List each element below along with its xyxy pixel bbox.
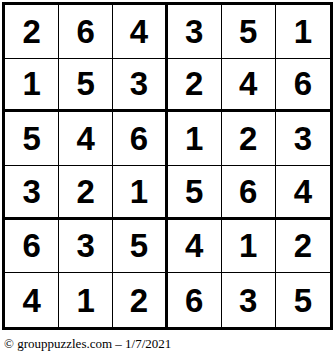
cell-r2c5: 4 xyxy=(222,59,276,113)
cell-r2c4: 2 xyxy=(168,59,222,113)
cell-r1c2: 6 xyxy=(59,5,113,59)
cell-r2c2: 5 xyxy=(59,59,113,113)
cell-r3c2: 4 xyxy=(59,112,113,166)
copyright-credit: © grouppuzzles.com – 1/7/2021 xyxy=(4,336,335,352)
cell-r3c6: 3 xyxy=(276,112,330,166)
cell-r4c1: 3 xyxy=(5,166,59,220)
cell-r1c3: 4 xyxy=(113,5,167,59)
cell-r1c5: 5 xyxy=(222,5,276,59)
cell-r3c1: 5 xyxy=(5,112,59,166)
cell-r3c4: 1 xyxy=(168,112,222,166)
sudoku-board: 2 6 4 3 5 1 1 5 3 2 4 6 5 4 6 1 2 3 3 2 … xyxy=(0,0,335,352)
cell-r5c6: 2 xyxy=(276,220,330,274)
cell-r1c1: 2 xyxy=(5,5,59,59)
cell-r6c6: 5 xyxy=(276,273,330,327)
cell-r6c1: 4 xyxy=(5,273,59,327)
cell-r5c3: 5 xyxy=(113,220,167,274)
cell-r4c4: 5 xyxy=(168,166,222,220)
cell-r6c3: 2 xyxy=(113,273,167,327)
cell-r4c6: 4 xyxy=(276,166,330,220)
cell-r3c5: 2 xyxy=(222,112,276,166)
cell-r4c5: 6 xyxy=(222,166,276,220)
sudoku-grid: 2 6 4 3 5 1 1 5 3 2 4 6 5 4 6 1 2 3 3 2 … xyxy=(2,2,333,330)
cell-r1c6: 1 xyxy=(276,5,330,59)
cell-r6c4: 6 xyxy=(168,273,222,327)
cell-r2c1: 1 xyxy=(5,59,59,113)
cell-r5c5: 1 xyxy=(222,220,276,274)
cell-r5c2: 3 xyxy=(59,220,113,274)
cell-r4c3: 1 xyxy=(113,166,167,220)
cell-r4c2: 2 xyxy=(59,166,113,220)
cell-r2c3: 3 xyxy=(113,59,167,113)
cell-r1c4: 3 xyxy=(168,5,222,59)
cell-r2c6: 6 xyxy=(276,59,330,113)
cell-r5c1: 6 xyxy=(5,220,59,274)
cell-r6c5: 3 xyxy=(222,273,276,327)
cell-r3c3: 6 xyxy=(113,112,167,166)
cell-r5c4: 4 xyxy=(168,220,222,274)
cell-r6c2: 1 xyxy=(59,273,113,327)
